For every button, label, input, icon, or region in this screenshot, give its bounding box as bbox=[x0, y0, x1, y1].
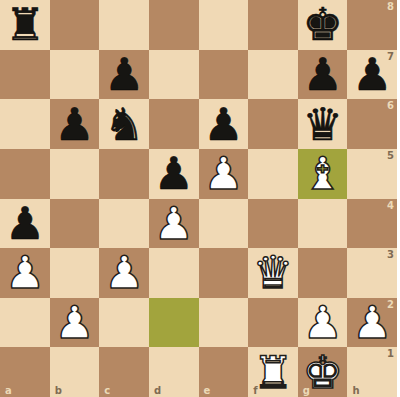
square-a5[interactable] bbox=[0, 149, 50, 199]
rank-label-8: 8 bbox=[387, 1, 394, 12]
square-e4[interactable] bbox=[199, 199, 249, 249]
black-pawn[interactable]: ♟ bbox=[199, 99, 249, 149]
rank-label-5: 5 bbox=[387, 150, 394, 161]
square-h5[interactable]: 5 bbox=[347, 149, 397, 199]
square-c4[interactable] bbox=[99, 199, 149, 249]
square-g4[interactable] bbox=[298, 199, 348, 249]
square-f3[interactable]: ♛ bbox=[248, 248, 298, 298]
square-d8[interactable] bbox=[149, 0, 199, 50]
square-c2[interactable] bbox=[99, 298, 149, 348]
square-h1[interactable]: h1 bbox=[347, 347, 397, 397]
rank-label-4: 4 bbox=[387, 200, 394, 211]
white-bishop[interactable]: ♝ bbox=[298, 149, 348, 199]
white-pawn[interactable]: ♟ bbox=[149, 199, 199, 249]
file-label-f: f bbox=[253, 385, 257, 396]
file-label-a: a bbox=[5, 385, 12, 396]
square-b4[interactable] bbox=[50, 199, 100, 249]
white-pawn[interactable]: ♟ bbox=[199, 149, 249, 199]
black-pawn[interactable]: ♟ bbox=[50, 99, 100, 149]
square-h8[interactable]: 8 bbox=[347, 0, 397, 50]
square-g3[interactable] bbox=[298, 248, 348, 298]
square-d6[interactable] bbox=[149, 99, 199, 149]
square-e8[interactable] bbox=[199, 0, 249, 50]
square-e7[interactable] bbox=[199, 50, 249, 100]
rank-label-6: 6 bbox=[387, 100, 394, 111]
square-h7[interactable]: ♟7 bbox=[347, 50, 397, 100]
file-label-e: e bbox=[204, 385, 211, 396]
square-e2[interactable] bbox=[199, 298, 249, 348]
square-g1[interactable]: ♚g bbox=[298, 347, 348, 397]
square-g8[interactable]: ♚ bbox=[298, 0, 348, 50]
square-f1[interactable]: ♜f bbox=[248, 347, 298, 397]
black-knight[interactable]: ♞ bbox=[99, 99, 149, 149]
square-e6[interactable]: ♟ bbox=[199, 99, 249, 149]
square-e1[interactable]: e bbox=[199, 347, 249, 397]
chess-board: ♜♚8♟♟♟7♟♞♟♛6♟♟♝5♟♟4♟♟♛3♟♟♟2abcde♜f♚gh1 bbox=[0, 0, 397, 397]
black-rook[interactable]: ♜ bbox=[0, 0, 50, 50]
square-c7[interactable]: ♟ bbox=[99, 50, 149, 100]
square-b5[interactable] bbox=[50, 149, 100, 199]
square-h2[interactable]: ♟2 bbox=[347, 298, 397, 348]
square-h4[interactable]: 4 bbox=[347, 199, 397, 249]
rank-label-3: 3 bbox=[387, 249, 394, 260]
rank-label-7: 7 bbox=[387, 51, 394, 62]
square-d3[interactable] bbox=[149, 248, 199, 298]
file-label-c: c bbox=[104, 385, 110, 396]
square-h6[interactable]: 6 bbox=[347, 99, 397, 149]
square-c6[interactable]: ♞ bbox=[99, 99, 149, 149]
square-a2[interactable] bbox=[0, 298, 50, 348]
square-c5[interactable] bbox=[99, 149, 149, 199]
square-b2[interactable]: ♟ bbox=[50, 298, 100, 348]
white-pawn[interactable]: ♟ bbox=[0, 248, 50, 298]
black-pawn[interactable]: ♟ bbox=[0, 199, 50, 249]
square-f7[interactable] bbox=[248, 50, 298, 100]
square-e3[interactable] bbox=[199, 248, 249, 298]
square-e5[interactable]: ♟ bbox=[199, 149, 249, 199]
square-b7[interactable] bbox=[50, 50, 100, 100]
square-g6[interactable]: ♛ bbox=[298, 99, 348, 149]
square-f4[interactable] bbox=[248, 199, 298, 249]
square-a7[interactable] bbox=[0, 50, 50, 100]
square-d1[interactable]: d bbox=[149, 347, 199, 397]
square-d4[interactable]: ♟ bbox=[149, 199, 199, 249]
black-pawn[interactable]: ♟ bbox=[298, 50, 348, 100]
file-label-h: h bbox=[352, 385, 359, 396]
square-h3[interactable]: 3 bbox=[347, 248, 397, 298]
white-queen[interactable]: ♛ bbox=[248, 248, 298, 298]
black-queen[interactable]: ♛ bbox=[298, 99, 348, 149]
file-label-d: d bbox=[154, 385, 161, 396]
square-b8[interactable] bbox=[50, 0, 100, 50]
white-pawn[interactable]: ♟ bbox=[50, 298, 100, 348]
rank-label-2: 2 bbox=[387, 299, 394, 310]
square-c3[interactable]: ♟ bbox=[99, 248, 149, 298]
black-pawn[interactable]: ♟ bbox=[99, 50, 149, 100]
square-d7[interactable] bbox=[149, 50, 199, 100]
rank-label-1: 1 bbox=[387, 348, 394, 359]
file-label-g: g bbox=[303, 385, 310, 396]
square-g2[interactable]: ♟ bbox=[298, 298, 348, 348]
square-c8[interactable] bbox=[99, 0, 149, 50]
square-f6[interactable] bbox=[248, 99, 298, 149]
black-king[interactable]: ♚ bbox=[298, 0, 348, 50]
square-a8[interactable]: ♜ bbox=[0, 0, 50, 50]
square-d2[interactable] bbox=[149, 298, 199, 348]
square-b6[interactable]: ♟ bbox=[50, 99, 100, 149]
black-pawn[interactable]: ♟ bbox=[149, 149, 199, 199]
board-area: ♜♚8♟♟♟7♟♞♟♛6♟♟♝5♟♟4♟♟♛3♟♟♟2abcde♜f♚gh1 bbox=[0, 0, 400, 397]
square-f8[interactable] bbox=[248, 0, 298, 50]
square-g5[interactable]: ♝ bbox=[298, 149, 348, 199]
square-b3[interactable] bbox=[50, 248, 100, 298]
square-a4[interactable]: ♟ bbox=[0, 199, 50, 249]
square-a1[interactable]: a bbox=[0, 347, 50, 397]
square-f5[interactable] bbox=[248, 149, 298, 199]
square-g7[interactable]: ♟ bbox=[298, 50, 348, 100]
square-a3[interactable]: ♟ bbox=[0, 248, 50, 298]
square-a6[interactable] bbox=[0, 99, 50, 149]
square-f2[interactable] bbox=[248, 298, 298, 348]
square-d5[interactable]: ♟ bbox=[149, 149, 199, 199]
white-pawn[interactable]: ♟ bbox=[99, 248, 149, 298]
file-label-b: b bbox=[55, 385, 62, 396]
square-b1[interactable]: b bbox=[50, 347, 100, 397]
white-pawn[interactable]: ♟ bbox=[298, 298, 348, 348]
square-c1[interactable]: c bbox=[99, 347, 149, 397]
